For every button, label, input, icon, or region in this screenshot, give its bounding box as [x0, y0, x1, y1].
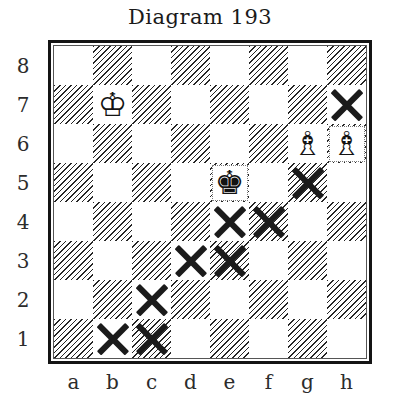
square-h7 — [327, 85, 366, 124]
square-b5 — [93, 163, 132, 202]
x-mark-e4 — [210, 202, 249, 241]
rank-label-2: 2 — [10, 280, 36, 319]
square-a4 — [54, 202, 93, 241]
square-c8 — [132, 46, 171, 85]
square-d2 — [171, 280, 210, 319]
square-d4 — [171, 202, 210, 241]
square-f1 — [249, 319, 288, 358]
x-mark-d3 — [171, 241, 210, 280]
square-d8 — [171, 46, 210, 85]
rank-label-8: 8 — [10, 46, 36, 85]
x-mark-h7 — [327, 85, 366, 124]
square-c6 — [132, 124, 171, 163]
square-f3 — [249, 241, 288, 280]
square-g7 — [288, 85, 327, 124]
x-mark-c2 — [132, 280, 171, 319]
file-label-a: a — [54, 368, 93, 396]
square-h3 — [327, 241, 366, 280]
square-d6 — [171, 124, 210, 163]
square-g8 — [288, 46, 327, 85]
square-g4 — [288, 202, 327, 241]
square-f8 — [249, 46, 288, 85]
square-a6 — [54, 124, 93, 163]
rank-label-3: 3 — [10, 241, 36, 280]
square-e2 — [210, 280, 249, 319]
square-e4 — [210, 202, 249, 241]
square-g6: ♗ — [288, 124, 327, 163]
square-h6: ♗ — [327, 124, 366, 163]
white-bishop: ♗ — [290, 126, 326, 162]
file-labels: abcdefgh — [54, 368, 366, 396]
file-label-h: h — [327, 368, 366, 396]
square-e8 — [210, 46, 249, 85]
file-label-b: b — [93, 368, 132, 396]
rank-label-5: 5 — [10, 163, 36, 202]
file-label-f: f — [249, 368, 288, 396]
square-e7 — [210, 85, 249, 124]
square-d5 — [171, 163, 210, 202]
square-c4 — [132, 202, 171, 241]
square-g1 — [288, 319, 327, 358]
square-a2 — [54, 280, 93, 319]
square-f5 — [249, 163, 288, 202]
file-label-e: e — [210, 368, 249, 396]
rank-label-1: 1 — [10, 319, 36, 358]
file-label-g: g — [288, 368, 327, 396]
diagram-title: Diagram 193 — [0, 5, 400, 29]
square-e1 — [210, 319, 249, 358]
square-f7 — [249, 85, 288, 124]
square-h8 — [327, 46, 366, 85]
square-b7: ♔ — [93, 85, 132, 124]
x-mark-g5 — [288, 163, 327, 202]
square-a1 — [54, 319, 93, 358]
black-king: ♚ — [212, 165, 248, 201]
square-c2 — [132, 280, 171, 319]
file-label-d: d — [171, 368, 210, 396]
square-c5 — [132, 163, 171, 202]
square-b8 — [93, 46, 132, 85]
square-a3 — [54, 241, 93, 280]
square-d3 — [171, 241, 210, 280]
square-h2 — [327, 280, 366, 319]
square-g2 — [288, 280, 327, 319]
x-mark-f4 — [249, 202, 288, 241]
square-g5 — [288, 163, 327, 202]
square-g3 — [288, 241, 327, 280]
square-f4 — [249, 202, 288, 241]
file-label-c: c — [132, 368, 171, 396]
rank-labels: 87654321 — [10, 46, 36, 358]
square-b3 — [93, 241, 132, 280]
square-b1 — [93, 319, 132, 358]
square-a5 — [54, 163, 93, 202]
chess-board: ♔♗♗♚ — [53, 45, 367, 359]
square-c1 — [132, 319, 171, 358]
x-mark-e3 — [210, 241, 249, 280]
square-e5: ♚ — [210, 163, 249, 202]
square-h5 — [327, 163, 366, 202]
x-mark-b1 — [93, 319, 132, 358]
square-d1 — [171, 319, 210, 358]
rank-label-4: 4 — [10, 202, 36, 241]
square-b2 — [93, 280, 132, 319]
x-mark-c1 — [132, 319, 171, 358]
board-frame: ♔♗♗♚ — [48, 40, 372, 364]
white-bishop: ♗ — [329, 126, 365, 162]
square-e3 — [210, 241, 249, 280]
rank-label-6: 6 — [10, 124, 36, 163]
rank-label-7: 7 — [10, 85, 36, 124]
square-f6 — [249, 124, 288, 163]
square-a8 — [54, 46, 93, 85]
square-h4 — [327, 202, 366, 241]
white-king: ♔ — [95, 87, 131, 123]
square-h1 — [327, 319, 366, 358]
square-f2 — [249, 280, 288, 319]
square-e6 — [210, 124, 249, 163]
square-d7 — [171, 85, 210, 124]
square-b4 — [93, 202, 132, 241]
square-c7 — [132, 85, 171, 124]
square-c3 — [132, 241, 171, 280]
square-b6 — [93, 124, 132, 163]
square-a7 — [54, 85, 93, 124]
